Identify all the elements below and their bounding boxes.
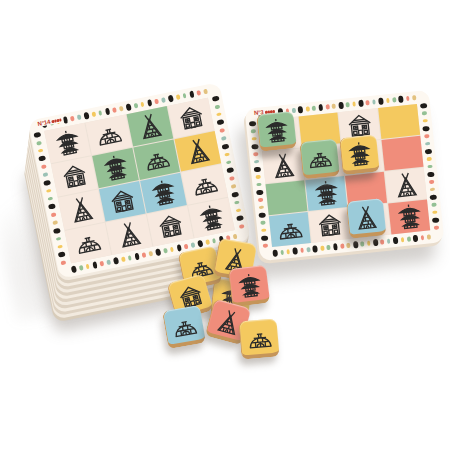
border-dot (251, 137, 257, 141)
border-dot (318, 104, 323, 111)
border-dot (387, 238, 391, 244)
border-dot (41, 165, 47, 170)
cell-r2c4[interactable] (381, 136, 423, 171)
border-dot (134, 253, 140, 260)
product-photo-scene: N°14 N°3 (0, 0, 450, 450)
border-dot (400, 237, 404, 243)
border-dot (256, 189, 263, 194)
border-dot (360, 241, 364, 247)
border-dot (100, 261, 105, 267)
border-dot (251, 144, 258, 149)
cell-r4c4 (388, 200, 430, 235)
border-dot (286, 249, 290, 255)
pagoda-icon (50, 127, 85, 159)
teepee-icon (267, 151, 300, 181)
border-dot (205, 239, 210, 245)
border-dot (212, 96, 219, 102)
border-dot (91, 111, 96, 117)
border-dot (197, 90, 202, 96)
pagoda-icon (346, 140, 375, 169)
border-dot (427, 234, 431, 240)
border-dot (430, 194, 437, 199)
border-dot (340, 243, 344, 249)
border-dot (392, 97, 396, 103)
border-dot (333, 243, 338, 250)
border-dot (280, 250, 284, 256)
border-dot (258, 198, 264, 202)
cell-r2c2 (302, 144, 344, 179)
border-dot (71, 266, 77, 273)
border-dot (434, 226, 440, 230)
border-dot (424, 134, 430, 138)
border-dot (56, 237, 62, 242)
border-dot (214, 104, 220, 109)
wooden-tile-pagoda-yellow[interactable] (339, 134, 380, 175)
border-dot (58, 252, 65, 258)
border-dot (43, 180, 50, 186)
border-dot (98, 110, 103, 116)
border-dot (51, 213, 57, 218)
cell-r2c3 (342, 140, 384, 175)
border-dot (140, 101, 145, 107)
border-dot (92, 261, 98, 268)
border-dot (423, 126, 430, 131)
cell-r4c3 (348, 204, 390, 239)
cell-r3c4 (385, 168, 427, 203)
sudoku-grid-n3 (259, 104, 430, 247)
border-dot (313, 245, 318, 252)
cell-r2c1 (262, 148, 304, 183)
border-dot (57, 244, 63, 249)
border-dot (261, 228, 267, 232)
igloo-icon (306, 144, 335, 173)
border-dot (104, 108, 110, 115)
border-dot (155, 98, 160, 104)
border-dot (147, 99, 153, 106)
border-dot (259, 212, 266, 217)
cell-r4c4 (188, 198, 235, 239)
border-dot (233, 234, 238, 240)
border-dot (425, 149, 432, 154)
border-dot (226, 160, 232, 165)
border-dot (346, 102, 350, 108)
border-dot (300, 247, 304, 253)
igloo-icon (139, 143, 174, 175)
border-dot (112, 107, 117, 113)
teepee-icon (352, 204, 381, 233)
border-dot (406, 96, 410, 102)
border-dot (106, 259, 111, 265)
border-dot (425, 142, 431, 146)
pagoda-icon (393, 202, 426, 232)
cell-r1c1 (259, 117, 301, 152)
border-dot (236, 215, 243, 221)
wooden-tile-pagoda-coral[interactable] (228, 265, 270, 307)
border-dot (261, 235, 268, 240)
house-icon (105, 185, 140, 217)
border-dot (53, 228, 60, 234)
border-dot (77, 114, 82, 120)
border-dot (393, 237, 398, 244)
border-dot (407, 236, 411, 242)
border-dot (420, 235, 424, 241)
border-dot (412, 95, 416, 101)
wooden-tile-igloo-green[interactable] (299, 139, 340, 180)
border-dot (222, 143, 229, 149)
border-dot (163, 248, 168, 254)
cell-r3c2 (305, 176, 347, 211)
border-dot (46, 189, 52, 194)
cell-r4c2 (309, 208, 351, 243)
border-dot (255, 175, 261, 179)
border-dot (221, 136, 227, 141)
border-dot (353, 241, 358, 248)
border-dot (60, 261, 66, 266)
pagoda-icon (310, 179, 343, 209)
border-dot (79, 265, 84, 271)
border-dot (358, 100, 363, 107)
border-dot (121, 256, 126, 262)
border-dot (426, 157, 432, 161)
pagoda-icon (194, 202, 229, 234)
border-dot (142, 252, 147, 258)
border-dot (413, 235, 418, 242)
igloo-icon (169, 311, 199, 341)
border-dot (422, 111, 428, 115)
border-dot (216, 112, 222, 117)
border-dot (431, 203, 437, 207)
border-dot (346, 243, 350, 249)
border-dot (85, 264, 90, 270)
border-dot (113, 257, 119, 264)
border-dot (367, 240, 371, 246)
teepee-icon (112, 218, 147, 250)
border-dot (338, 102, 343, 109)
border-dot (227, 167, 234, 173)
border-dot (212, 238, 217, 244)
cell-r4c3 (147, 206, 194, 247)
border-dot (155, 249, 161, 256)
cell-r4c1 (65, 223, 112, 264)
border-dot (176, 94, 181, 100)
teepee-icon (64, 193, 99, 225)
border-dot (306, 247, 310, 253)
border-dot (38, 148, 44, 153)
border-dot (432, 210, 438, 214)
border-dot (224, 152, 230, 157)
border-dot (36, 141, 42, 146)
wooden-tile-teepee-blue[interactable] (346, 198, 387, 239)
border-dot (231, 184, 237, 189)
border-dot (249, 121, 256, 126)
wooden-tile-igloo-blue[interactable] (162, 305, 206, 349)
border-dot (239, 224, 245, 229)
house-icon (153, 210, 188, 242)
border-dot (420, 103, 427, 108)
border-dot (191, 242, 196, 248)
border-dot (203, 89, 208, 95)
teepee-icon (133, 110, 168, 142)
border-dot (378, 98, 383, 105)
border-dot (254, 167, 261, 172)
border-dot (272, 250, 277, 257)
border-dot (119, 106, 124, 112)
border-dot (189, 91, 195, 98)
border-dot (217, 120, 224, 126)
puzzle-card-n3[interactable]: N°3 (245, 90, 445, 261)
igloo-icon (245, 324, 273, 352)
border-dot (398, 96, 403, 103)
border-dot (70, 116, 75, 122)
border-dot (332, 103, 336, 109)
border-dot (182, 93, 187, 99)
border-dot (430, 187, 436, 191)
border-dot (253, 152, 259, 156)
border-dot (326, 104, 330, 110)
border-dot (127, 255, 132, 261)
border-dot (229, 176, 235, 181)
border-dot (133, 103, 138, 109)
teepee-icon (390, 170, 423, 200)
border-dot (260, 221, 266, 225)
border-dot (386, 98, 390, 104)
cell-r3c1[interactable] (265, 180, 307, 215)
pagoda-icon (98, 152, 133, 184)
cell-r4c1 (269, 212, 311, 247)
teepee-icon (180, 135, 215, 167)
border-dot (352, 101, 356, 107)
border-dot (47, 196, 53, 201)
border-dot (320, 245, 324, 251)
wooden-tile-pagoda-green[interactable] (256, 111, 297, 152)
igloo-icon (187, 168, 222, 200)
border-dot (373, 239, 378, 246)
border-dot (126, 103, 132, 110)
igloo-icon (71, 227, 106, 259)
border-dot (235, 208, 241, 213)
igloo-icon (91, 118, 126, 150)
border-dot (254, 160, 260, 164)
border-dot (429, 180, 435, 184)
border-dot (258, 205, 264, 209)
house-icon (174, 102, 209, 134)
border-dot (427, 171, 434, 176)
border-dot (251, 129, 257, 133)
border-dot (427, 164, 433, 168)
border-dot (298, 106, 303, 113)
border-dot (42, 172, 48, 177)
border-dot (149, 251, 154, 257)
border-dot (372, 99, 376, 105)
border-dot (292, 248, 297, 255)
border-dot (219, 128, 225, 133)
border-dot (234, 200, 240, 205)
border-dot (263, 244, 269, 248)
border-dot (52, 220, 58, 225)
border-dot (432, 217, 439, 222)
border-dot (231, 191, 238, 197)
border-dot (184, 243, 189, 249)
border-dot (380, 239, 384, 245)
border-dot (161, 97, 166, 103)
border-dot (422, 119, 428, 123)
border-dot (292, 108, 296, 114)
border-dot (366, 100, 370, 106)
border-dot (312, 105, 316, 111)
cell-r4c2 (106, 214, 153, 255)
border-dot (34, 132, 41, 138)
igloo-icon (274, 215, 307, 245)
pagoda-icon (146, 177, 181, 209)
house-icon (57, 160, 92, 192)
border-dot (39, 156, 46, 162)
border-dot (197, 240, 203, 247)
cell-r1c4[interactable] (378, 104, 420, 139)
border-dot (176, 244, 182, 251)
border-dot (326, 245, 330, 251)
border-dot (305, 106, 309, 112)
house-icon (313, 210, 346, 240)
border-dot (256, 182, 262, 186)
border-dot (170, 246, 175, 252)
border-dot (83, 112, 89, 119)
border-dot (48, 204, 55, 210)
pagoda-icon (235, 271, 264, 300)
wooden-tile-igloo-yellow[interactable] (238, 318, 279, 359)
pagoda-icon (263, 117, 292, 146)
border-dot (168, 95, 174, 102)
